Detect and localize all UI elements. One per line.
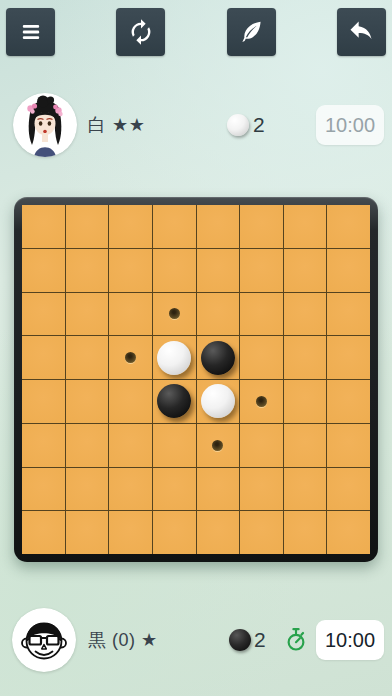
white-disc-icon [227, 114, 249, 136]
board-cell-d2[interactable] [153, 249, 196, 292]
board-cell-e8[interactable] [197, 511, 240, 554]
board-cell-f6[interactable] [240, 424, 283, 467]
board-cell-c6[interactable] [109, 424, 152, 467]
board-cell-c5[interactable] [109, 380, 152, 423]
board-grid [22, 205, 370, 554]
board-cell-c1[interactable] [109, 205, 152, 248]
black-stone-count: 2 [254, 628, 266, 652]
black-player-label: 黒 (0) ★ [88, 628, 158, 652]
white-stone-indicator [227, 114, 249, 136]
board-cell-e1[interactable] [197, 205, 240, 248]
hamburger-icon [17, 18, 45, 46]
board-cell-b5[interactable] [66, 380, 109, 423]
board-cell-f3[interactable] [240, 293, 283, 336]
white-stone [201, 384, 235, 418]
board-cell-a5[interactable] [22, 380, 65, 423]
white-player-label: 白 ★★ [88, 113, 145, 137]
board-cell-g2[interactable] [284, 249, 327, 292]
white-stone-count: 2 [253, 113, 265, 137]
toolbar [6, 8, 386, 56]
legal-move-hint[interactable] [256, 396, 267, 407]
board-cell-e7[interactable] [197, 468, 240, 511]
board-cell-g7[interactable] [284, 468, 327, 511]
board-cell-d3[interactable] [153, 293, 196, 336]
board-cell-f4[interactable] [240, 336, 283, 379]
board-cell-f1[interactable] [240, 205, 283, 248]
board-cell-c8[interactable] [109, 511, 152, 554]
board-cell-c7[interactable] [109, 468, 152, 511]
black-player-avatar[interactable] [12, 608, 76, 672]
board-cell-d6[interactable] [153, 424, 196, 467]
board-cell-g8[interactable] [284, 511, 327, 554]
board-cell-h3[interactable] [327, 293, 370, 336]
board-cell-g4[interactable] [284, 336, 327, 379]
white-player-row: 白 ★★ 2 10:00 [0, 93, 392, 157]
board-cell-d7[interactable] [153, 468, 196, 511]
glasses-boy-avatar-icon [12, 608, 76, 672]
white-player-avatar[interactable] [13, 93, 77, 157]
board-cell-e5[interactable] [197, 380, 240, 423]
othello-app-screen: 白 ★★ 2 10:00 黒 [0, 0, 392, 696]
geisha-avatar-icon [13, 93, 77, 157]
board-cell-h4[interactable] [327, 336, 370, 379]
black-stone [157, 384, 191, 418]
board-cell-a4[interactable] [22, 336, 65, 379]
active-turn-indicator [283, 627, 309, 653]
new-game-button[interactable] [116, 8, 165, 56]
black-player-row: 黒 (0) ★ 2 10:00 [0, 608, 392, 672]
board-cell-a3[interactable] [22, 293, 65, 336]
board-cell-e6[interactable] [197, 424, 240, 467]
black-stone-indicator [229, 629, 251, 651]
board-cell-b7[interactable] [66, 468, 109, 511]
board-cell-b6[interactable] [66, 424, 109, 467]
board-cell-d4[interactable] [153, 336, 196, 379]
board-cell-c4[interactable] [109, 336, 152, 379]
sync-icon [127, 18, 155, 46]
board-cell-c3[interactable] [109, 293, 152, 336]
board-cell-a2[interactable] [22, 249, 65, 292]
board-cell-f7[interactable] [240, 468, 283, 511]
board-cell-f8[interactable] [240, 511, 283, 554]
othello-board [14, 197, 378, 562]
menu-button[interactable] [6, 8, 55, 56]
board-cell-c2[interactable] [109, 249, 152, 292]
board-cell-b1[interactable] [66, 205, 109, 248]
legal-move-hint[interactable] [169, 308, 180, 319]
legal-move-hint[interactable] [212, 440, 223, 451]
undo-icon [347, 18, 375, 46]
board-cell-b4[interactable] [66, 336, 109, 379]
board-cell-g1[interactable] [284, 205, 327, 248]
board-cell-d8[interactable] [153, 511, 196, 554]
board-cell-b8[interactable] [66, 511, 109, 554]
white-timer: 10:00 [316, 105, 384, 145]
board-cell-a6[interactable] [22, 424, 65, 467]
board-cell-e2[interactable] [197, 249, 240, 292]
board-cell-a8[interactable] [22, 511, 65, 554]
board-cell-g5[interactable] [284, 380, 327, 423]
board-cell-b3[interactable] [66, 293, 109, 336]
board-cell-h6[interactable] [327, 424, 370, 467]
board-cell-a7[interactable] [22, 468, 65, 511]
black-disc-icon [229, 629, 251, 651]
board-cell-h8[interactable] [327, 511, 370, 554]
board-cell-h1[interactable] [327, 205, 370, 248]
board-cell-d1[interactable] [153, 205, 196, 248]
board-cell-f5[interactable] [240, 380, 283, 423]
board-cell-f2[interactable] [240, 249, 283, 292]
board-cell-g3[interactable] [284, 293, 327, 336]
stopwatch-icon [283, 627, 309, 653]
board-cell-a1[interactable] [22, 205, 65, 248]
board-cell-h2[interactable] [327, 249, 370, 292]
black-stone [201, 341, 235, 375]
undo-button[interactable] [337, 8, 386, 56]
board-cell-e3[interactable] [197, 293, 240, 336]
feather-icon [237, 18, 265, 46]
board-cell-d5[interactable] [153, 380, 196, 423]
board-cell-h5[interactable] [327, 380, 370, 423]
black-timer: 10:00 [316, 620, 384, 660]
board-cell-h7[interactable] [327, 468, 370, 511]
board-cell-g6[interactable] [284, 424, 327, 467]
legal-move-hint[interactable] [125, 352, 136, 363]
board-cell-e4[interactable] [197, 336, 240, 379]
edit-button[interactable] [227, 8, 276, 56]
white-stone [157, 341, 191, 375]
board-cell-b2[interactable] [66, 249, 109, 292]
